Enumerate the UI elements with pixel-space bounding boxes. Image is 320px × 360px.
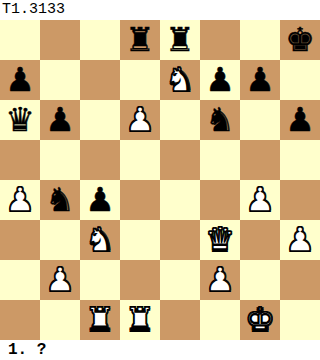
piece-white-king: ♚ xyxy=(245,300,275,340)
square-d1[interactable]: ♜ xyxy=(120,300,160,340)
square-c2[interactable] xyxy=(80,260,120,300)
square-b3[interactable] xyxy=(40,220,80,260)
square-e7[interactable]: ♞ xyxy=(160,60,200,100)
square-h5[interactable] xyxy=(280,140,320,180)
square-h7[interactable] xyxy=(280,60,320,100)
piece-white-knight: ♞ xyxy=(85,220,115,260)
piece-black-pawn: ♟ xyxy=(205,60,235,100)
move-prompt: 1. ? xyxy=(0,340,320,360)
square-f4[interactable] xyxy=(200,180,240,220)
square-a4[interactable]: ♟ xyxy=(0,180,40,220)
square-f1[interactable] xyxy=(200,300,240,340)
square-d2[interactable] xyxy=(120,260,160,300)
square-c8[interactable] xyxy=(80,20,120,60)
square-c6[interactable] xyxy=(80,100,120,140)
piece-white-knight: ♞ xyxy=(165,60,195,100)
piece-black-pawn: ♟ xyxy=(285,100,315,140)
square-f6[interactable]: ♞ xyxy=(200,100,240,140)
square-d6[interactable]: ♟ xyxy=(120,100,160,140)
piece-white-queen: ♛ xyxy=(205,220,235,260)
square-c3[interactable]: ♞ xyxy=(80,220,120,260)
piece-white-pawn: ♟ xyxy=(285,220,315,260)
square-a3[interactable] xyxy=(0,220,40,260)
piece-black-queen: ♛ xyxy=(5,100,35,140)
square-e6[interactable] xyxy=(160,100,200,140)
square-e2[interactable] xyxy=(160,260,200,300)
piece-black-rook: ♜ xyxy=(125,20,155,60)
square-c5[interactable] xyxy=(80,140,120,180)
square-c4[interactable]: ♟ xyxy=(80,180,120,220)
position-title: T1.3133 xyxy=(0,0,320,20)
piece-white-pawn: ♟ xyxy=(45,260,75,300)
square-g3[interactable] xyxy=(240,220,280,260)
square-g5[interactable] xyxy=(240,140,280,180)
square-g2[interactable] xyxy=(240,260,280,300)
square-h8[interactable]: ♚ xyxy=(280,20,320,60)
square-b8[interactable] xyxy=(40,20,80,60)
piece-white-pawn: ♟ xyxy=(125,100,155,140)
square-f3[interactable]: ♛ xyxy=(200,220,240,260)
square-d8[interactable]: ♜ xyxy=(120,20,160,60)
piece-black-pawn: ♟ xyxy=(245,60,275,100)
square-a6[interactable]: ♛ xyxy=(0,100,40,140)
square-h1[interactable] xyxy=(280,300,320,340)
square-f5[interactable] xyxy=(200,140,240,180)
square-b7[interactable] xyxy=(40,60,80,100)
piece-white-rook: ♜ xyxy=(125,300,155,340)
square-f8[interactable] xyxy=(200,20,240,60)
piece-black-rook: ♜ xyxy=(165,20,195,60)
square-d4[interactable] xyxy=(120,180,160,220)
piece-white-rook: ♜ xyxy=(85,300,115,340)
square-d7[interactable] xyxy=(120,60,160,100)
square-b2[interactable]: ♟ xyxy=(40,260,80,300)
square-b5[interactable] xyxy=(40,140,80,180)
square-e1[interactable] xyxy=(160,300,200,340)
square-h4[interactable] xyxy=(280,180,320,220)
square-g7[interactable]: ♟ xyxy=(240,60,280,100)
square-a2[interactable] xyxy=(0,260,40,300)
square-d3[interactable] xyxy=(120,220,160,260)
square-a8[interactable] xyxy=(0,20,40,60)
chess-board: ♜♜♚♟♞♟♟♛♟♟♞♟♟♞♟♟♞♛♟♟♟♜♜♚ xyxy=(0,20,320,340)
piece-black-pawn: ♟ xyxy=(85,180,115,220)
square-h3[interactable]: ♟ xyxy=(280,220,320,260)
square-a7[interactable]: ♟ xyxy=(0,60,40,100)
square-e3[interactable] xyxy=(160,220,200,260)
piece-white-pawn: ♟ xyxy=(5,180,35,220)
square-a5[interactable] xyxy=(0,140,40,180)
square-b6[interactable]: ♟ xyxy=(40,100,80,140)
square-b1[interactable] xyxy=(40,300,80,340)
piece-black-pawn: ♟ xyxy=(45,100,75,140)
piece-black-knight: ♞ xyxy=(45,180,75,220)
square-e4[interactable] xyxy=(160,180,200,220)
square-g8[interactable] xyxy=(240,20,280,60)
square-g4[interactable]: ♟ xyxy=(240,180,280,220)
square-d5[interactable] xyxy=(120,140,160,180)
piece-black-knight: ♞ xyxy=(205,100,235,140)
square-e5[interactable] xyxy=(160,140,200,180)
piece-white-pawn: ♟ xyxy=(205,260,235,300)
piece-black-king: ♚ xyxy=(285,20,315,60)
square-h2[interactable] xyxy=(280,260,320,300)
square-a1[interactable] xyxy=(0,300,40,340)
square-c1[interactable]: ♜ xyxy=(80,300,120,340)
square-e8[interactable]: ♜ xyxy=(160,20,200,60)
chess-diagram: T1.3133 ♜♜♚♟♞♟♟♛♟♟♞♟♟♞♟♟♞♛♟♟♟♜♜♚ 1. ? xyxy=(0,0,320,360)
square-f7[interactable]: ♟ xyxy=(200,60,240,100)
square-b4[interactable]: ♞ xyxy=(40,180,80,220)
square-h6[interactable]: ♟ xyxy=(280,100,320,140)
square-f2[interactable]: ♟ xyxy=(200,260,240,300)
square-g6[interactable] xyxy=(240,100,280,140)
square-c7[interactable] xyxy=(80,60,120,100)
square-g1[interactable]: ♚ xyxy=(240,300,280,340)
piece-black-pawn: ♟ xyxy=(5,60,35,100)
piece-white-pawn: ♟ xyxy=(245,180,275,220)
